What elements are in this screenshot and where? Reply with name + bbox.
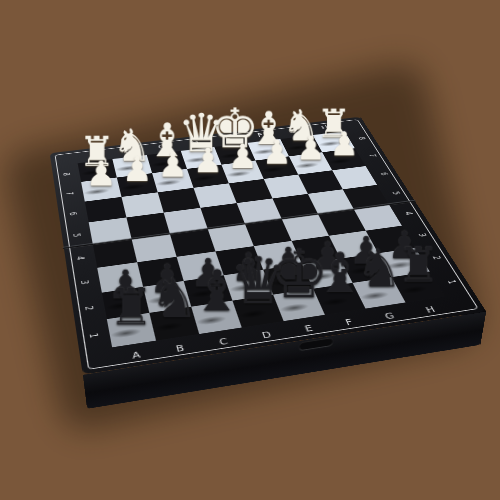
- coordinate-label: D: [191, 140, 200, 146]
- clasp-latch-icon: [300, 337, 334, 350]
- coordinate-label: 6: [67, 211, 79, 216]
- scene: 87654321 87654321 ABCDEFGH ABCDEFGH ♜♞♝♛…: [0, 0, 500, 500]
- coordinate-label: 6: [378, 171, 390, 175]
- coordinate-label: 4: [74, 255, 86, 261]
- rook-glyph: ♜: [80, 283, 183, 331]
- coordinate-label: C: [157, 144, 165, 150]
- photo-stage: 87654321 87654321 ABCDEFGH ABCDEFGH ♜♞♝♛…: [0, 0, 500, 500]
- coordinate-label: 5: [71, 232, 83, 237]
- coordinate-label: A: [90, 152, 98, 158]
- coordinate-label: A: [131, 350, 141, 360]
- coordinate-label: B: [124, 148, 132, 154]
- coordinate-label: 4: [402, 211, 415, 216]
- coordinate-label: 1: [87, 332, 100, 339]
- chess-board: 87654321 87654321 ABCDEFGH ABCDEFGH ♜♞♝♛…: [50, 117, 487, 375]
- coordinate-label: 7: [64, 191, 75, 196]
